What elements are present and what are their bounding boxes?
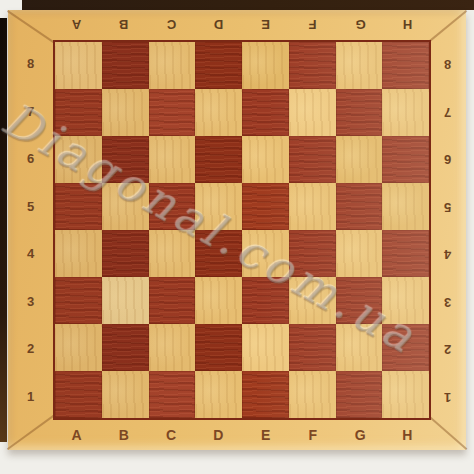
square-d7[interactable] [195,89,242,136]
square-f1[interactable] [289,371,336,418]
rank-label-right-5: 5 [429,183,466,231]
square-e4[interactable] [242,230,289,277]
square-h4[interactable] [382,230,429,277]
square-b1[interactable] [102,371,149,418]
rank-label-left-7: 7 [8,88,53,136]
square-e6[interactable] [242,136,289,183]
square-f4[interactable] [289,230,336,277]
file-labels-bottom: ABCDEFGH [53,420,431,450]
square-c6[interactable] [149,136,196,183]
rank-label-right-3: 3 [429,278,466,326]
square-g4[interactable] [336,230,383,277]
square-f2[interactable] [289,324,336,371]
square-h8[interactable] [382,42,429,89]
square-c8[interactable] [149,42,196,89]
square-h3[interactable] [382,277,429,324]
backdrop-strip-left [0,18,7,442]
rank-labels-left: 87654321 [8,40,53,420]
rank-label-right-7: 7 [429,88,466,136]
square-d1[interactable] [195,371,242,418]
file-label-bottom-d: D [195,420,242,450]
file-label-top-h: H [384,10,431,40]
chessboard-photo: ABCDEFGH ABCDEFGH 87654321 87654321 Diag… [0,0,474,474]
file-label-bottom-c: C [148,420,195,450]
frame-miter-top-left [7,10,55,44]
square-h5[interactable] [382,183,429,230]
square-a4[interactable] [55,230,102,277]
square-b8[interactable] [102,42,149,89]
file-labels-top: ABCDEFGH [53,10,431,40]
square-g6[interactable] [336,136,383,183]
square-h1[interactable] [382,371,429,418]
square-g5[interactable] [336,183,383,230]
square-d6[interactable] [195,136,242,183]
file-label-top-g: G [337,10,384,40]
rank-label-right-6: 6 [429,135,466,183]
square-b3[interactable] [102,277,149,324]
square-d5[interactable] [195,183,242,230]
square-h2[interactable] [382,324,429,371]
square-f6[interactable] [289,136,336,183]
square-b2[interactable] [102,324,149,371]
square-f5[interactable] [289,183,336,230]
square-c5[interactable] [149,183,196,230]
square-c1[interactable] [149,371,196,418]
square-f8[interactable] [289,42,336,89]
square-g3[interactable] [336,277,383,324]
square-a6[interactable] [55,136,102,183]
rank-label-right-8: 8 [429,40,466,88]
square-b6[interactable] [102,136,149,183]
file-label-top-e: E [242,10,289,40]
square-e7[interactable] [242,89,289,136]
rank-label-right-2: 2 [429,325,466,373]
file-label-bottom-e: E [242,420,289,450]
square-b4[interactable] [102,230,149,277]
square-c7[interactable] [149,89,196,136]
rank-label-left-5: 5 [8,183,53,231]
file-label-bottom-h: H [384,420,431,450]
square-e3[interactable] [242,277,289,324]
square-d2[interactable] [195,324,242,371]
square-a7[interactable] [55,89,102,136]
square-d4[interactable] [195,230,242,277]
square-f7[interactable] [289,89,336,136]
file-label-top-d: D [195,10,242,40]
backdrop-strip-top [22,0,474,10]
square-c3[interactable] [149,277,196,324]
square-a3[interactable] [55,277,102,324]
square-a2[interactable] [55,324,102,371]
square-a8[interactable] [55,42,102,89]
square-c2[interactable] [149,324,196,371]
rank-labels-right: 87654321 [429,40,466,420]
rank-label-left-6: 6 [8,135,53,183]
file-label-bottom-g: G [337,420,384,450]
square-e1[interactable] [242,371,289,418]
square-g1[interactable] [336,371,383,418]
square-h6[interactable] [382,136,429,183]
square-a1[interactable] [55,371,102,418]
square-a5[interactable] [55,183,102,230]
square-d3[interactable] [195,277,242,324]
file-label-top-c: C [148,10,195,40]
rank-label-left-2: 2 [8,325,53,373]
square-c4[interactable] [149,230,196,277]
chessboard-frame: ABCDEFGH ABCDEFGH 87654321 87654321 [8,10,466,450]
square-e5[interactable] [242,183,289,230]
board-grid [53,40,431,420]
square-e8[interactable] [242,42,289,89]
file-label-bottom-a: A [53,420,100,450]
rank-label-left-1: 1 [8,373,53,421]
file-label-bottom-f: F [289,420,336,450]
square-d8[interactable] [195,42,242,89]
file-label-top-f: F [289,10,336,40]
square-e2[interactable] [242,324,289,371]
rank-label-right-1: 1 [429,373,466,421]
rank-label-left-3: 3 [8,278,53,326]
file-label-top-b: B [100,10,147,40]
square-f3[interactable] [289,277,336,324]
square-b5[interactable] [102,183,149,230]
rank-label-left-8: 8 [8,40,53,88]
rank-label-left-4: 4 [8,230,53,278]
square-h7[interactable] [382,89,429,136]
rank-label-right-4: 4 [429,230,466,278]
file-label-top-a: A [53,10,100,40]
square-b7[interactable] [102,89,149,136]
square-g8[interactable] [336,42,383,89]
square-g7[interactable] [336,89,383,136]
square-g2[interactable] [336,324,383,371]
frame-miter-top-right [427,10,468,44]
file-label-bottom-b: B [100,420,147,450]
